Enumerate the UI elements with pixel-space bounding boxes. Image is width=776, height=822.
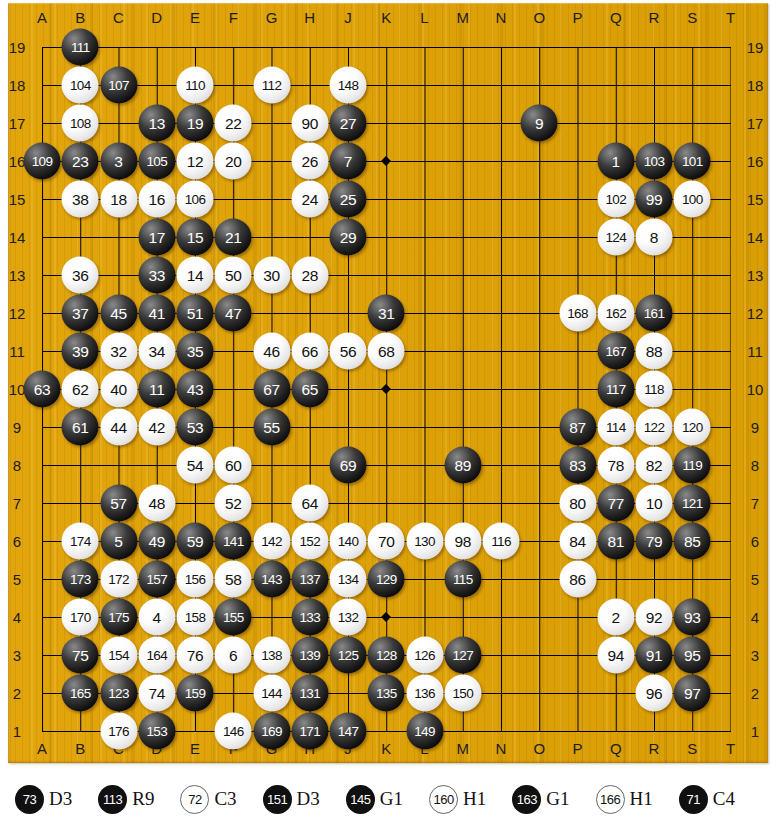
stone-white-B13[interactable]: 36 bbox=[62, 257, 99, 294]
stone-move-number: 82 bbox=[646, 457, 663, 473]
stone-move-number: 96 bbox=[646, 685, 663, 701]
stone-white-P5[interactable]: 86 bbox=[559, 561, 596, 598]
column-label-bottom: R bbox=[649, 741, 660, 756]
stone-black-S7[interactable]: 121 bbox=[674, 485, 711, 522]
legend-item: 72C3 bbox=[180, 785, 236, 814]
row-label-right: 12 bbox=[747, 306, 764, 321]
stone-black-L1[interactable]: 149 bbox=[406, 713, 443, 750]
stone-black-B16[interactable]: 23 bbox=[62, 143, 99, 180]
stone-black-C16[interactable]: 3 bbox=[100, 143, 137, 180]
stone-move-number: 31 bbox=[378, 305, 395, 321]
stone-move-number: 52 bbox=[225, 495, 242, 511]
stone-black-D6[interactable]: 49 bbox=[138, 523, 175, 560]
stone-black-R16[interactable]: 103 bbox=[636, 143, 673, 180]
stone-white-H13[interactable]: 28 bbox=[291, 257, 328, 294]
stone-white-H15[interactable]: 24 bbox=[291, 181, 328, 218]
stone-white-E4[interactable]: 158 bbox=[177, 599, 214, 636]
stone-black-C2[interactable]: 123 bbox=[100, 675, 137, 712]
row-label-right: 2 bbox=[751, 686, 759, 701]
stone-move-number: 83 bbox=[569, 457, 586, 473]
stone-white-C10[interactable]: 40 bbox=[100, 371, 137, 408]
stone-black-D17[interactable]: 13 bbox=[138, 105, 175, 142]
stone-move-number: 130 bbox=[414, 534, 435, 548]
stone-move-number: 102 bbox=[605, 192, 626, 206]
stone-black-B11[interactable]: 39 bbox=[62, 333, 99, 370]
stone-move-number: 91 bbox=[646, 647, 663, 663]
stone-move-number: 77 bbox=[607, 495, 624, 511]
stone-move-number: 132 bbox=[338, 610, 359, 624]
stone-black-J16[interactable]: 7 bbox=[330, 143, 367, 180]
stone-black-D16[interactable]: 105 bbox=[138, 143, 175, 180]
stone-move-number: 29 bbox=[340, 229, 357, 245]
row-label-left: 4 bbox=[13, 610, 21, 625]
stone-white-C1[interactable]: 176 bbox=[100, 713, 137, 750]
row-label-right: 1 bbox=[751, 724, 759, 739]
stone-move-number: 156 bbox=[185, 572, 206, 586]
stone-white-L2[interactable]: 136 bbox=[406, 675, 443, 712]
row-label-right: 10 bbox=[747, 382, 764, 397]
legend-item: 71C4 bbox=[679, 785, 735, 814]
stone-white-D3[interactable]: 164 bbox=[138, 637, 175, 674]
stone-black-C18[interactable]: 107 bbox=[100, 67, 137, 104]
stone-move-number: 60 bbox=[225, 457, 242, 473]
stone-white-J18[interactable]: 148 bbox=[330, 67, 367, 104]
stone-black-H10[interactable]: 65 bbox=[291, 371, 328, 408]
legend-point-label: H1 bbox=[463, 788, 486, 810]
row-label-left: 18 bbox=[9, 78, 26, 93]
stone-move-number: 97 bbox=[684, 685, 701, 701]
stone-white-B18[interactable]: 104 bbox=[62, 67, 99, 104]
stone-white-P12[interactable]: 168 bbox=[559, 295, 596, 332]
stone-move-number: 111 bbox=[71, 40, 90, 54]
stone-black-D14[interactable]: 17 bbox=[138, 219, 175, 256]
column-label-bottom: P bbox=[572, 741, 582, 756]
stone-black-E12[interactable]: 51 bbox=[177, 295, 214, 332]
stone-white-F5[interactable]: 58 bbox=[215, 561, 252, 598]
stone-move-number: 26 bbox=[301, 153, 318, 169]
stone-white-D11[interactable]: 34 bbox=[138, 333, 175, 370]
stone-black-S6[interactable]: 85 bbox=[674, 523, 711, 560]
stone-black-J17[interactable]: 27 bbox=[330, 105, 367, 142]
stone-move-number: 79 bbox=[646, 533, 663, 549]
stone-black-O17[interactable]: 9 bbox=[521, 105, 558, 142]
stone-move-number: 84 bbox=[569, 533, 586, 549]
legend-point-label: H1 bbox=[630, 788, 653, 810]
column-label-bottom: M bbox=[457, 741, 470, 756]
stone-white-L6[interactable]: 130 bbox=[406, 523, 443, 560]
stone-black-E9[interactable]: 53 bbox=[177, 409, 214, 446]
stone-black-M8[interactable]: 89 bbox=[444, 447, 481, 484]
stone-white-E16[interactable]: 12 bbox=[177, 143, 214, 180]
row-label-right: 8 bbox=[751, 458, 759, 473]
stone-black-F14[interactable]: 21 bbox=[215, 219, 252, 256]
stone-move-number: 161 bbox=[644, 306, 665, 320]
stone-white-Q3[interactable]: 94 bbox=[597, 637, 634, 674]
stone-move-number: 105 bbox=[146, 154, 167, 168]
column-label-top: P bbox=[572, 10, 582, 25]
stone-move-number: 110 bbox=[185, 78, 205, 92]
stone-move-number: 47 bbox=[225, 305, 242, 321]
stone-move-number: 30 bbox=[263, 267, 280, 283]
stone-white-D7[interactable]: 48 bbox=[138, 485, 175, 522]
stone-black-Q11[interactable]: 167 bbox=[597, 333, 634, 370]
stone-white-M2[interactable]: 150 bbox=[444, 675, 481, 712]
stone-move-number: 59 bbox=[187, 533, 204, 549]
stone-white-E5[interactable]: 156 bbox=[177, 561, 214, 598]
stone-white-F8[interactable]: 60 bbox=[215, 447, 252, 484]
stone-move-number: 117 bbox=[606, 382, 626, 396]
legend-item: 113R9 bbox=[98, 785, 154, 814]
stone-black-G1[interactable]: 169 bbox=[253, 713, 290, 750]
stone-move-number: 38 bbox=[72, 191, 89, 207]
stone-white-G2[interactable]: 144 bbox=[253, 675, 290, 712]
stone-move-number: 169 bbox=[261, 724, 282, 738]
stone-black-P8[interactable]: 83 bbox=[559, 447, 596, 484]
stone-move-number: 50 bbox=[225, 267, 242, 283]
stone-white-E8[interactable]: 54 bbox=[177, 447, 214, 484]
stone-black-D13[interactable]: 33 bbox=[138, 257, 175, 294]
stone-black-S16[interactable]: 101 bbox=[674, 143, 711, 180]
stone-white-C15[interactable]: 18 bbox=[100, 181, 137, 218]
stone-move-number: 21 bbox=[225, 229, 242, 245]
stone-white-D2[interactable]: 74 bbox=[138, 675, 175, 712]
stone-white-Q8[interactable]: 78 bbox=[597, 447, 634, 484]
stone-white-P7[interactable]: 80 bbox=[559, 485, 596, 522]
stone-move-number: 17 bbox=[148, 229, 165, 245]
stone-white-F3[interactable]: 6 bbox=[215, 637, 252, 674]
stone-move-number: 134 bbox=[338, 572, 359, 586]
stone-move-number: 39 bbox=[72, 343, 89, 359]
stone-move-number: 5 bbox=[114, 533, 122, 549]
column-label-top: H bbox=[304, 10, 315, 25]
stone-white-H7[interactable]: 64 bbox=[291, 485, 328, 522]
stone-move-number: 86 bbox=[569, 571, 586, 587]
column-label-bottom: E bbox=[190, 741, 200, 756]
stone-black-B3[interactable]: 75 bbox=[62, 637, 99, 674]
legend-point-label: D3 bbox=[297, 788, 320, 810]
stone-white-Q4[interactable]: 2 bbox=[597, 599, 634, 636]
legend-item: 160H1 bbox=[429, 785, 486, 814]
legend-item: 145G1 bbox=[346, 785, 403, 814]
stone-white-L3[interactable]: 126 bbox=[406, 637, 443, 674]
stone-move-number: 116 bbox=[491, 534, 511, 548]
stone-white-M6[interactable]: 98 bbox=[444, 523, 481, 560]
stone-move-number: 87 bbox=[569, 419, 586, 435]
stone-move-number: 9 bbox=[535, 115, 543, 131]
stone-move-number: 165 bbox=[70, 686, 91, 700]
stone-move-number: 114 bbox=[606, 420, 626, 434]
stone-black-G5[interactable]: 143 bbox=[253, 561, 290, 598]
stone-white-B15[interactable]: 38 bbox=[62, 181, 99, 218]
stone-black-J1[interactable]: 147 bbox=[330, 713, 367, 750]
stone-move-number: 107 bbox=[108, 78, 129, 92]
stone-black-M3[interactable]: 127 bbox=[444, 637, 481, 674]
stone-move-number: 24 bbox=[301, 191, 318, 207]
stone-black-H4[interactable]: 133 bbox=[291, 599, 328, 636]
stone-black-S8[interactable]: 119 bbox=[674, 447, 711, 484]
stone-black-C7[interactable]: 57 bbox=[100, 485, 137, 522]
stone-black-K3[interactable]: 128 bbox=[368, 637, 405, 674]
stone-move-number: 126 bbox=[414, 648, 435, 662]
stone-white-R10[interactable]: 118 bbox=[636, 371, 673, 408]
stone-black-H2[interactable]: 131 bbox=[291, 675, 328, 712]
stone-black-K2[interactable]: 135 bbox=[368, 675, 405, 712]
stone-white-C3[interactable]: 154 bbox=[100, 637, 137, 674]
stone-black-H1[interactable]: 171 bbox=[291, 713, 328, 750]
stone-move-number: 68 bbox=[378, 343, 395, 359]
stone-black-R6[interactable]: 79 bbox=[636, 523, 673, 560]
stone-black-K5[interactable]: 129 bbox=[368, 561, 405, 598]
stone-move-number: 55 bbox=[263, 419, 280, 435]
stone-move-number: 153 bbox=[146, 724, 167, 738]
stone-move-number: 74 bbox=[148, 685, 165, 701]
stone-black-A10[interactable]: 63 bbox=[24, 371, 61, 408]
stone-move-number: 125 bbox=[338, 648, 359, 662]
stone-white-B17[interactable]: 108 bbox=[62, 105, 99, 142]
stone-black-K12[interactable]: 31 bbox=[368, 295, 405, 332]
stone-move-number: 35 bbox=[187, 343, 204, 359]
stone-move-number: 36 bbox=[72, 267, 89, 283]
stone-black-F6[interactable]: 141 bbox=[215, 523, 252, 560]
stone-move-number: 170 bbox=[70, 610, 91, 624]
stone-black-S3[interactable]: 95 bbox=[674, 637, 711, 674]
stone-white-J11[interactable]: 56 bbox=[330, 333, 367, 370]
stone-move-number: 92 bbox=[646, 609, 663, 625]
stone-white-J6[interactable]: 140 bbox=[330, 523, 367, 560]
stone-black-B2[interactable]: 165 bbox=[62, 675, 99, 712]
stone-black-Q10[interactable]: 117 bbox=[597, 371, 634, 408]
stone-move-number: 147 bbox=[338, 724, 359, 738]
column-label-top: Q bbox=[610, 10, 622, 25]
stone-black-R3[interactable]: 91 bbox=[636, 637, 673, 674]
stone-white-E15[interactable]: 106 bbox=[177, 181, 214, 218]
stone-move-number: 11 bbox=[149, 381, 165, 397]
stone-move-number: 124 bbox=[605, 230, 626, 244]
stone-white-Q15[interactable]: 102 bbox=[597, 181, 634, 218]
stone-black-B19[interactable]: 111 bbox=[62, 29, 99, 66]
stone-move-number: 128 bbox=[376, 648, 397, 662]
stone-white-R2[interactable]: 96 bbox=[636, 675, 673, 712]
stone-black-G9[interactable]: 55 bbox=[253, 409, 290, 446]
row-label-left: 19 bbox=[9, 40, 26, 55]
column-label-top: C bbox=[113, 10, 124, 25]
stone-white-D4[interactable]: 4 bbox=[138, 599, 175, 636]
stone-black-R12[interactable]: 161 bbox=[636, 295, 673, 332]
stone-black-E14[interactable]: 15 bbox=[177, 219, 214, 256]
legend-stone-black: 113 bbox=[98, 785, 127, 814]
stone-black-G10[interactable]: 67 bbox=[253, 371, 290, 408]
stone-move-number: 19 bbox=[187, 115, 204, 131]
stone-black-E6[interactable]: 59 bbox=[177, 523, 214, 560]
stone-white-D9[interactable]: 42 bbox=[138, 409, 175, 446]
stone-move-number: 15 bbox=[187, 229, 204, 245]
stone-black-H5[interactable]: 137 bbox=[291, 561, 328, 598]
stone-move-number: 16 bbox=[148, 191, 165, 207]
stone-black-H3[interactable]: 139 bbox=[291, 637, 328, 674]
stone-white-C5[interactable]: 172 bbox=[100, 561, 137, 598]
stone-move-number: 143 bbox=[261, 572, 282, 586]
stone-black-B9[interactable]: 61 bbox=[62, 409, 99, 446]
stone-white-G13[interactable]: 30 bbox=[253, 257, 290, 294]
stone-black-C4[interactable]: 175 bbox=[100, 599, 137, 636]
stone-black-J3[interactable]: 125 bbox=[330, 637, 367, 674]
stone-move-number: 7 bbox=[344, 153, 352, 169]
stone-move-number: 69 bbox=[340, 457, 357, 473]
stone-black-D10[interactable]: 11 bbox=[138, 371, 175, 408]
stone-move-number: 8 bbox=[650, 229, 658, 245]
stone-black-S4[interactable]: 93 bbox=[674, 599, 711, 636]
stone-move-number: 100 bbox=[682, 192, 703, 206]
row-label-right: 4 bbox=[751, 610, 759, 625]
stone-black-A16[interactable]: 109 bbox=[24, 143, 61, 180]
stone-move-number: 42 bbox=[148, 419, 165, 435]
stone-move-number: 70 bbox=[378, 533, 395, 549]
column-label-top: B bbox=[75, 10, 85, 25]
stone-black-F12[interactable]: 47 bbox=[215, 295, 252, 332]
stone-black-E10[interactable]: 43 bbox=[177, 371, 214, 408]
stone-move-number: 32 bbox=[110, 343, 127, 359]
stone-white-F17[interactable]: 22 bbox=[215, 105, 252, 142]
stone-white-H17[interactable]: 90 bbox=[291, 105, 328, 142]
column-label-top: F bbox=[229, 10, 238, 25]
stone-white-J5[interactable]: 134 bbox=[330, 561, 367, 598]
stone-black-R15[interactable]: 99 bbox=[636, 181, 673, 218]
stone-white-D15[interactable]: 16 bbox=[138, 181, 175, 218]
stone-white-R8[interactable]: 82 bbox=[636, 447, 673, 484]
stone-move-number: 150 bbox=[452, 686, 473, 700]
stone-white-G18[interactable]: 112 bbox=[253, 67, 290, 104]
stone-white-J4[interactable]: 132 bbox=[330, 599, 367, 636]
stone-white-S9[interactable]: 120 bbox=[674, 409, 711, 446]
stone-black-B12[interactable]: 37 bbox=[62, 295, 99, 332]
stone-white-Q9[interactable]: 114 bbox=[597, 409, 634, 446]
stone-black-B5[interactable]: 173 bbox=[62, 561, 99, 598]
stone-white-B4[interactable]: 170 bbox=[62, 599, 99, 636]
stone-white-B10[interactable]: 62 bbox=[62, 371, 99, 408]
stone-white-F7[interactable]: 52 bbox=[215, 485, 252, 522]
stone-white-E13[interactable]: 14 bbox=[177, 257, 214, 294]
column-label-top: R bbox=[649, 10, 660, 25]
stone-white-K11[interactable]: 68 bbox=[368, 333, 405, 370]
legend-stone-white: 72 bbox=[180, 785, 209, 814]
legend-item: 166H1 bbox=[596, 785, 653, 814]
row-label-right: 9 bbox=[751, 420, 759, 435]
stone-move-number: 142 bbox=[261, 534, 282, 548]
stone-black-J14[interactable]: 29 bbox=[330, 219, 367, 256]
stone-black-J8[interactable]: 69 bbox=[330, 447, 367, 484]
stone-black-J15[interactable]: 25 bbox=[330, 181, 367, 218]
stone-white-C11[interactable]: 32 bbox=[100, 333, 137, 370]
stone-move-number: 154 bbox=[108, 648, 129, 662]
stone-move-number: 13 bbox=[148, 115, 165, 131]
stone-white-R4[interactable]: 92 bbox=[636, 599, 673, 636]
stone-move-number: 78 bbox=[607, 457, 624, 473]
stone-move-number: 23 bbox=[72, 153, 89, 169]
row-label-left: 1 bbox=[13, 724, 21, 739]
stone-white-R7[interactable]: 10 bbox=[636, 485, 673, 522]
stone-black-F4[interactable]: 155 bbox=[215, 599, 252, 636]
column-label-top: N bbox=[496, 10, 507, 25]
stone-white-P6[interactable]: 84 bbox=[559, 523, 596, 560]
stone-white-R14[interactable]: 8 bbox=[636, 219, 673, 256]
stone-move-number: 53 bbox=[187, 419, 204, 435]
column-label-top: A bbox=[37, 10, 47, 25]
column-label-top: G bbox=[266, 10, 278, 25]
stone-white-H6[interactable]: 152 bbox=[291, 523, 328, 560]
row-label-right: 3 bbox=[751, 648, 759, 663]
stone-black-E11[interactable]: 35 bbox=[177, 333, 214, 370]
legend-item: 73D3 bbox=[15, 785, 72, 814]
stone-black-S2[interactable]: 97 bbox=[674, 675, 711, 712]
stone-move-number: 136 bbox=[414, 686, 435, 700]
stone-move-number: 109 bbox=[32, 154, 53, 168]
stone-white-G6[interactable]: 142 bbox=[253, 523, 290, 560]
stone-white-B6[interactable]: 174 bbox=[62, 523, 99, 560]
stone-black-Q6[interactable]: 81 bbox=[597, 523, 634, 560]
stone-black-D5[interactable]: 157 bbox=[138, 561, 175, 598]
stone-white-R9[interactable]: 122 bbox=[636, 409, 673, 446]
stone-black-D12[interactable]: 41 bbox=[138, 295, 175, 332]
stone-white-K6[interactable]: 70 bbox=[368, 523, 405, 560]
stone-white-G11[interactable]: 46 bbox=[253, 333, 290, 370]
stone-black-C12[interactable]: 45 bbox=[100, 295, 137, 332]
stone-move-number: 127 bbox=[452, 648, 473, 662]
stone-move-number: 66 bbox=[301, 343, 318, 359]
stone-black-E17[interactable]: 19 bbox=[177, 105, 214, 142]
stone-move-number: 61 bbox=[72, 419, 89, 435]
stone-move-number: 174 bbox=[70, 534, 91, 548]
stone-white-G3[interactable]: 138 bbox=[253, 637, 290, 674]
stone-white-Q12[interactable]: 162 bbox=[597, 295, 634, 332]
stone-black-C6[interactable]: 5 bbox=[100, 523, 137, 560]
stone-white-S15[interactable]: 100 bbox=[674, 181, 711, 218]
stone-move-number: 137 bbox=[299, 572, 320, 586]
stone-white-F1[interactable]: 146 bbox=[215, 713, 252, 750]
stone-black-Q7[interactable]: 77 bbox=[597, 485, 634, 522]
stone-move-number: 171 bbox=[299, 724, 320, 738]
stone-move-number: 22 bbox=[225, 115, 242, 131]
stone-move-number: 3 bbox=[114, 153, 122, 169]
stone-black-M5[interactable]: 115 bbox=[444, 561, 481, 598]
stone-white-H11[interactable]: 66 bbox=[291, 333, 328, 370]
stone-white-C9[interactable]: 44 bbox=[100, 409, 137, 446]
stone-move-number: 44 bbox=[110, 419, 127, 435]
stone-white-H16[interactable]: 26 bbox=[291, 143, 328, 180]
stone-move-number: 90 bbox=[301, 115, 318, 131]
stone-white-Q14[interactable]: 124 bbox=[597, 219, 634, 256]
stone-black-Q16[interactable]: 1 bbox=[597, 143, 634, 180]
row-label-left: 13 bbox=[9, 268, 26, 283]
stone-white-R11[interactable]: 88 bbox=[636, 333, 673, 370]
legend-point-label: C3 bbox=[214, 788, 236, 810]
stone-move-number: 173 bbox=[70, 572, 91, 586]
stone-white-F16[interactable]: 20 bbox=[215, 143, 252, 180]
row-label-left: 7 bbox=[13, 496, 21, 511]
stone-white-E3[interactable]: 76 bbox=[177, 637, 214, 674]
stone-white-F13[interactable]: 50 bbox=[215, 257, 252, 294]
row-label-right: 14 bbox=[747, 230, 764, 245]
stone-move-number: 123 bbox=[108, 686, 129, 700]
stone-white-E18[interactable]: 110 bbox=[177, 67, 214, 104]
stone-move-number: 164 bbox=[146, 648, 167, 662]
stone-black-D1[interactable]: 153 bbox=[138, 713, 175, 750]
row-label-right: 5 bbox=[751, 572, 759, 587]
column-label-bottom: B bbox=[75, 741, 85, 756]
stone-black-P9[interactable]: 87 bbox=[559, 409, 596, 446]
stone-move-number: 63 bbox=[34, 381, 51, 397]
stone-white-N6[interactable]: 116 bbox=[483, 523, 520, 560]
stone-black-E2[interactable]: 159 bbox=[177, 675, 214, 712]
